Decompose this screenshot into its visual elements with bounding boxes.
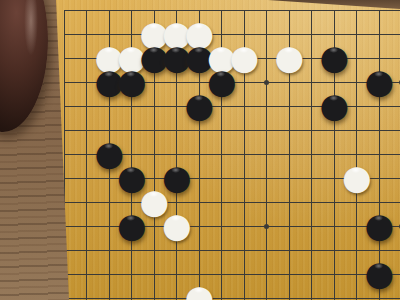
board-intersection[interactable] <box>76 46 99 70</box>
board-intersection[interactable] <box>211 286 234 300</box>
board-intersection[interactable] <box>278 238 301 262</box>
board-intersection[interactable]: ● <box>121 166 144 190</box>
stone-highlight-icon <box>104 47 113 53</box>
board-intersection[interactable] <box>76 22 99 46</box>
star-point <box>264 224 269 229</box>
stone-highlight-icon <box>149 191 158 197</box>
board-intersection[interactable]: ● <box>143 46 166 70</box>
board-intersection[interactable] <box>143 286 166 300</box>
board-intersection[interactable]: ● <box>323 46 346 70</box>
board-intersection[interactable] <box>368 46 391 70</box>
star-point <box>129 80 134 85</box>
board-intersection[interactable] <box>233 70 256 94</box>
board-intersection[interactable] <box>256 166 279 190</box>
stone-highlight-icon <box>194 47 203 53</box>
board-intersection[interactable] <box>323 142 346 166</box>
board-intersection[interactable] <box>323 166 346 190</box>
board-intersection[interactable] <box>278 262 301 286</box>
stone-highlight-icon <box>216 71 225 77</box>
board-intersection[interactable]: ● <box>188 46 211 70</box>
board-intersection[interactable] <box>368 22 391 46</box>
board-intersection[interactable] <box>346 94 369 118</box>
board-intersection[interactable] <box>188 166 211 190</box>
board-intersection[interactable] <box>143 214 166 238</box>
board-intersection[interactable] <box>323 286 346 300</box>
board-intersection[interactable] <box>76 166 99 190</box>
board-intersection[interactable]: ● <box>121 46 144 70</box>
board-intersection[interactable] <box>346 262 369 286</box>
board-intersection[interactable] <box>256 190 279 214</box>
board-intersection[interactable] <box>188 214 211 238</box>
board-intersection[interactable] <box>233 118 256 142</box>
board-intersection[interactable] <box>166 190 189 214</box>
board-intersection[interactable]: ● <box>166 22 189 46</box>
board-intersection[interactable] <box>391 70 400 94</box>
stone-highlight-icon <box>216 47 225 53</box>
board-intersection[interactable] <box>211 190 234 214</box>
board-intersection[interactable] <box>323 238 346 262</box>
board-intersection[interactable] <box>256 238 279 262</box>
board-intersection[interactable] <box>121 22 144 46</box>
board-intersection[interactable] <box>188 262 211 286</box>
board-intersection[interactable]: ● <box>368 262 391 286</box>
board-intersection[interactable] <box>233 190 256 214</box>
board-intersection[interactable] <box>368 166 391 190</box>
board-intersection[interactable] <box>301 70 324 94</box>
board-intersection[interactable] <box>368 238 391 262</box>
board-intersection[interactable] <box>188 70 211 94</box>
board-intersection[interactable] <box>256 214 279 238</box>
board-intersection[interactable]: ● <box>188 22 211 46</box>
board-intersection[interactable] <box>98 190 121 214</box>
stone-highlight-icon <box>194 95 203 101</box>
board-intersection[interactable] <box>121 0 144 22</box>
board-intersection[interactable] <box>166 262 189 286</box>
board-intersection[interactable] <box>346 22 369 46</box>
board-intersection[interactable] <box>391 214 400 238</box>
stone-highlight-icon <box>329 47 338 53</box>
board-intersection[interactable] <box>143 70 166 94</box>
board-intersection[interactable] <box>256 94 279 118</box>
board-intersection[interactable] <box>233 142 256 166</box>
board-intersection[interactable] <box>76 190 99 214</box>
board-intersection[interactable]: ● <box>143 190 166 214</box>
board-intersection[interactable] <box>98 0 121 22</box>
board-intersection[interactable] <box>143 94 166 118</box>
board-intersection[interactable] <box>98 214 121 238</box>
star-point <box>264 80 269 85</box>
board-intersection[interactable] <box>323 118 346 142</box>
board-intersection[interactable] <box>166 70 189 94</box>
board-intersection[interactable] <box>368 190 391 214</box>
board-intersection[interactable] <box>391 286 400 300</box>
board-intersection[interactable] <box>76 70 99 94</box>
board-intersection[interactable] <box>166 142 189 166</box>
board-intersection[interactable] <box>278 0 301 22</box>
board-intersection[interactable] <box>323 214 346 238</box>
board-intersection[interactable] <box>76 286 99 300</box>
stone-highlight-icon <box>374 263 383 269</box>
board-intersection[interactable] <box>256 70 279 94</box>
stone-highlight-icon <box>126 215 135 221</box>
board-intersection[interactable] <box>121 142 144 166</box>
board-intersection[interactable] <box>256 46 279 70</box>
board-intersection[interactable] <box>121 286 144 300</box>
board-intersection[interactable] <box>301 286 324 300</box>
board-intersection[interactable] <box>368 286 391 300</box>
board-intersection[interactable] <box>211 94 234 118</box>
board-intersection[interactable] <box>143 262 166 286</box>
board-intersection[interactable]: ● <box>188 286 211 300</box>
board-intersection[interactable] <box>233 22 256 46</box>
board-intersection[interactable] <box>301 262 324 286</box>
board-intersection[interactable] <box>211 262 234 286</box>
board-intersection[interactable]: ● <box>368 214 391 238</box>
board-intersection[interactable]: ● <box>166 46 189 70</box>
board-intersection[interactable]: ● <box>98 70 121 94</box>
stone-highlight-icon <box>329 95 338 101</box>
board-intersection[interactable] <box>278 166 301 190</box>
board-intersection[interactable]: ● <box>98 46 121 70</box>
board-intersection[interactable] <box>76 94 99 118</box>
board-intersection[interactable] <box>76 0 99 22</box>
board-intersection[interactable]: ● <box>323 94 346 118</box>
board-intersection[interactable] <box>301 94 324 118</box>
board-intersection[interactable] <box>233 262 256 286</box>
board-intersection[interactable] <box>368 118 391 142</box>
board-intersection[interactable] <box>346 70 369 94</box>
board-intersection[interactable] <box>143 142 166 166</box>
board-intersection[interactable]: ● <box>166 166 189 190</box>
board-intersection[interactable] <box>391 262 400 286</box>
board-intersection[interactable] <box>346 214 369 238</box>
board-intersection[interactable] <box>391 46 400 70</box>
board-intersection[interactable]: ● <box>211 46 234 70</box>
stone-highlight-icon <box>171 167 180 173</box>
board-intersection[interactable]: ● <box>188 94 211 118</box>
board-intersection[interactable] <box>278 214 301 238</box>
stone-highlight-icon <box>351 167 360 173</box>
board-intersection[interactable] <box>368 94 391 118</box>
board-intersection[interactable] <box>121 190 144 214</box>
board-intersection[interactable] <box>278 142 301 166</box>
board-intersection[interactable] <box>346 238 369 262</box>
board-intersection[interactable] <box>323 262 346 286</box>
board-intersection[interactable]: ● <box>278 46 301 70</box>
board-intersection[interactable] <box>301 142 324 166</box>
board-intersection[interactable] <box>301 238 324 262</box>
board-intersection[interactable] <box>98 166 121 190</box>
board-intersection[interactable] <box>301 214 324 238</box>
board-intersection[interactable] <box>76 118 99 142</box>
board-intersection[interactable]: ● <box>143 22 166 46</box>
stone-highlight-icon <box>284 47 293 53</box>
board-intersection[interactable] <box>211 118 234 142</box>
stone-highlight-icon <box>239 47 248 53</box>
board-intersection[interactable] <box>323 70 346 94</box>
board-intersection[interactable] <box>211 142 234 166</box>
board-intersection[interactable] <box>188 190 211 214</box>
board-intersection[interactable] <box>301 190 324 214</box>
board-grid: ●●●●●●●●●●●●●●●●●●●●●●●●●●●● <box>53 0 400 300</box>
board-intersection[interactable]: ● <box>211 70 234 94</box>
board-intersection[interactable] <box>346 118 369 142</box>
board-intersection[interactable] <box>188 0 211 22</box>
board-intersection[interactable] <box>166 118 189 142</box>
bowl-highlight-icon <box>24 0 38 56</box>
board-intersection[interactable] <box>166 286 189 300</box>
board-intersection[interactable] <box>278 286 301 300</box>
board-intersection[interactable] <box>143 238 166 262</box>
board-intersection[interactable] <box>98 118 121 142</box>
board-intersection[interactable] <box>346 142 369 166</box>
board-intersection[interactable] <box>256 118 279 142</box>
board-intersection[interactable] <box>233 94 256 118</box>
board-intersection[interactable] <box>211 238 234 262</box>
stone-highlight-icon <box>126 167 135 173</box>
board-intersection[interactable] <box>76 238 99 262</box>
board-intersection[interactable] <box>368 142 391 166</box>
board-intersection[interactable]: ● <box>233 46 256 70</box>
board-intersection[interactable]: ● <box>98 142 121 166</box>
board-intersection[interactable] <box>233 166 256 190</box>
board-intersection[interactable] <box>233 238 256 262</box>
board-intersection[interactable] <box>143 0 166 22</box>
board-intersection[interactable] <box>211 0 234 22</box>
board-intersection[interactable] <box>166 94 189 118</box>
board-intersection[interactable] <box>143 118 166 142</box>
stone-highlight-icon <box>126 47 135 53</box>
board-intersection[interactable] <box>98 286 121 300</box>
board-intersection[interactable] <box>301 118 324 142</box>
board-intersection[interactable] <box>76 142 99 166</box>
stone-highlight-icon <box>104 143 113 149</box>
stone-highlight-icon <box>374 71 383 77</box>
board-intersection[interactable] <box>256 286 279 300</box>
board-intersection[interactable] <box>391 22 400 46</box>
board-intersection[interactable] <box>278 118 301 142</box>
board-intersection[interactable]: ● <box>346 166 369 190</box>
board-intersection[interactable] <box>391 166 400 190</box>
go-game-photo: ●●●●●●●●●●●●●●●●●●●●●●●●●●●● <box>0 0 400 300</box>
board-intersection[interactable] <box>121 94 144 118</box>
board-intersection[interactable] <box>391 238 400 262</box>
board-intersection[interactable] <box>166 0 189 22</box>
board-intersection[interactable] <box>323 22 346 46</box>
board-intersection[interactable] <box>76 262 99 286</box>
board-intersection[interactable] <box>211 166 234 190</box>
board-intersection[interactable]: ● <box>166 214 189 238</box>
board-intersection[interactable] <box>256 22 279 46</box>
board-intersection[interactable] <box>211 214 234 238</box>
board-intersection[interactable] <box>233 286 256 300</box>
board-intersection[interactable] <box>256 262 279 286</box>
board-intersection[interactable] <box>323 190 346 214</box>
board-intersection[interactable] <box>121 262 144 286</box>
board-intersection[interactable] <box>98 22 121 46</box>
board-intersection[interactable] <box>233 0 256 22</box>
board-intersection[interactable] <box>278 22 301 46</box>
board-intersection[interactable] <box>121 238 144 262</box>
board-intersection[interactable] <box>301 166 324 190</box>
board-intersection[interactable] <box>98 94 121 118</box>
board-intersection[interactable] <box>188 238 211 262</box>
board-intersection[interactable] <box>98 262 121 286</box>
board-intersection[interactable] <box>391 142 400 166</box>
board-intersection[interactable]: ● <box>121 70 144 94</box>
board-intersection[interactable] <box>278 190 301 214</box>
stone-highlight-icon <box>149 23 158 29</box>
board-intersection[interactable] <box>391 118 400 142</box>
stone-highlight-icon <box>171 215 180 221</box>
board-intersection[interactable] <box>98 238 121 262</box>
stone-highlight-icon <box>374 215 383 221</box>
board-intersection[interactable] <box>278 94 301 118</box>
board-intersection[interactable] <box>346 286 369 300</box>
stone-highlight-icon <box>171 23 180 29</box>
board-intersection[interactable] <box>166 238 189 262</box>
stone-highlight-icon <box>149 47 158 53</box>
board-intersection[interactable] <box>256 142 279 166</box>
stone-highlight-icon <box>126 71 135 77</box>
board-intersection[interactable]: ● <box>368 70 391 94</box>
board-intersection[interactable] <box>256 0 279 22</box>
board-intersection[interactable] <box>121 118 144 142</box>
board-intersection[interactable] <box>143 166 166 190</box>
board-intersection[interactable] <box>188 142 211 166</box>
board-intersection[interactable] <box>301 46 324 70</box>
stone-highlight-icon <box>194 287 203 293</box>
board-intersection[interactable] <box>188 118 211 142</box>
board-intersection[interactable] <box>346 190 369 214</box>
stone-highlight-icon <box>171 47 180 53</box>
stone-highlight-icon <box>104 71 113 77</box>
stone-highlight-icon <box>194 23 203 29</box>
board-intersection[interactable] <box>346 46 369 70</box>
board-intersection[interactable]: ● <box>121 214 144 238</box>
board-intersection[interactable] <box>278 70 301 94</box>
board-intersection[interactable] <box>211 22 234 46</box>
board-intersection[interactable] <box>391 190 400 214</box>
star-point <box>129 224 134 229</box>
board-intersection[interactable] <box>233 214 256 238</box>
board-intersection[interactable] <box>301 22 324 46</box>
board-intersection[interactable] <box>391 94 400 118</box>
board-intersection[interactable] <box>76 214 99 238</box>
